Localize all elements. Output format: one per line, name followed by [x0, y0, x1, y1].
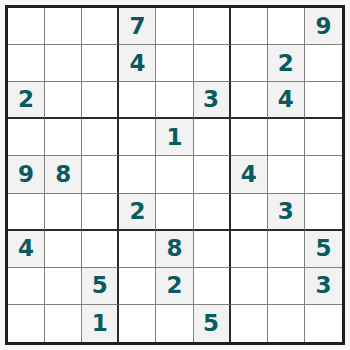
- cell-r8c6[interactable]: [194, 268, 231, 305]
- cell-r9c1[interactable]: [8, 305, 45, 342]
- cell-r7c1: 4: [8, 231, 45, 268]
- cell-r3c1: 2: [8, 82, 45, 119]
- sudoku-board: 794223419842348552315: [5, 5, 345, 345]
- cell-r6c1[interactable]: [8, 194, 45, 231]
- cell-r2c5[interactable]: [156, 45, 193, 82]
- cell-r3c5[interactable]: [156, 82, 193, 119]
- cell-r9c4[interactable]: [119, 305, 156, 342]
- cell-r4c7[interactable]: [231, 119, 268, 156]
- cell-r9c7[interactable]: [231, 305, 268, 342]
- cell-r2c6[interactable]: [194, 45, 231, 82]
- cell-r3c6: 3: [194, 82, 231, 119]
- cell-r6c2[interactable]: [45, 194, 82, 231]
- cell-r8c1[interactable]: [8, 268, 45, 305]
- cell-r4c6[interactable]: [194, 119, 231, 156]
- cell-r1c7[interactable]: [231, 8, 268, 45]
- cell-r6c9[interactable]: [305, 194, 342, 231]
- cell-r4c5: 1: [156, 119, 193, 156]
- cell-r4c9[interactable]: [305, 119, 342, 156]
- cell-r3c7[interactable]: [231, 82, 268, 119]
- cell-r8c7[interactable]: [231, 268, 268, 305]
- cell-r3c8: 4: [268, 82, 305, 119]
- cell-r2c9[interactable]: [305, 45, 342, 82]
- cell-r5c4[interactable]: [119, 156, 156, 193]
- cell-r1c6[interactable]: [194, 8, 231, 45]
- cell-r9c3: 1: [82, 305, 119, 342]
- cell-r8c5: 2: [156, 268, 193, 305]
- cell-r5c8[interactable]: [268, 156, 305, 193]
- cell-r8c9: 3: [305, 268, 342, 305]
- cell-r5c2: 8: [45, 156, 82, 193]
- cell-r8c8[interactable]: [268, 268, 305, 305]
- cell-r9c6: 5: [194, 305, 231, 342]
- cell-r3c9[interactable]: [305, 82, 342, 119]
- cell-r9c2[interactable]: [45, 305, 82, 342]
- cell-r1c1[interactable]: [8, 8, 45, 45]
- cell-r7c3[interactable]: [82, 231, 119, 268]
- cell-r5c6[interactable]: [194, 156, 231, 193]
- cell-r4c8[interactable]: [268, 119, 305, 156]
- cell-r7c9: 5: [305, 231, 342, 268]
- cell-r2c3[interactable]: [82, 45, 119, 82]
- cell-r7c6[interactable]: [194, 231, 231, 268]
- cell-r1c5[interactable]: [156, 8, 193, 45]
- cell-r9c9[interactable]: [305, 305, 342, 342]
- cell-r6c3[interactable]: [82, 194, 119, 231]
- cell-r6c8: 3: [268, 194, 305, 231]
- cell-r7c2[interactable]: [45, 231, 82, 268]
- cell-r1c2[interactable]: [45, 8, 82, 45]
- cell-r8c3: 5: [82, 268, 119, 305]
- cell-r9c5[interactable]: [156, 305, 193, 342]
- cell-r7c4[interactable]: [119, 231, 156, 268]
- cell-r9c8[interactable]: [268, 305, 305, 342]
- cell-r2c7[interactable]: [231, 45, 268, 82]
- cell-r5c5[interactable]: [156, 156, 193, 193]
- cell-r7c7[interactable]: [231, 231, 268, 268]
- cell-r4c4[interactable]: [119, 119, 156, 156]
- cell-r7c8[interactable]: [268, 231, 305, 268]
- cell-r4c3[interactable]: [82, 119, 119, 156]
- cell-r1c4: 7: [119, 8, 156, 45]
- cell-r5c7: 4: [231, 156, 268, 193]
- cell-r8c4[interactable]: [119, 268, 156, 305]
- sudoku-page: 794223419842348552315: [0, 0, 350, 350]
- cell-r1c3[interactable]: [82, 8, 119, 45]
- cell-r6c4: 2: [119, 194, 156, 231]
- cell-r2c2[interactable]: [45, 45, 82, 82]
- cell-r5c1: 9: [8, 156, 45, 193]
- cell-r6c6[interactable]: [194, 194, 231, 231]
- cell-r5c3[interactable]: [82, 156, 119, 193]
- cell-r8c2[interactable]: [45, 268, 82, 305]
- cell-r4c2[interactable]: [45, 119, 82, 156]
- cell-r3c2[interactable]: [45, 82, 82, 119]
- cell-r6c7[interactable]: [231, 194, 268, 231]
- cell-r3c3[interactable]: [82, 82, 119, 119]
- cell-r2c1[interactable]: [8, 45, 45, 82]
- cell-r1c9: 9: [305, 8, 342, 45]
- cell-r2c4: 4: [119, 45, 156, 82]
- cell-r2c8: 2: [268, 45, 305, 82]
- cell-r6c5[interactable]: [156, 194, 193, 231]
- cell-r1c8[interactable]: [268, 8, 305, 45]
- cell-r5c9[interactable]: [305, 156, 342, 193]
- cell-r4c1[interactable]: [8, 119, 45, 156]
- cell-r7c5: 8: [156, 231, 193, 268]
- cell-r3c4[interactable]: [119, 82, 156, 119]
